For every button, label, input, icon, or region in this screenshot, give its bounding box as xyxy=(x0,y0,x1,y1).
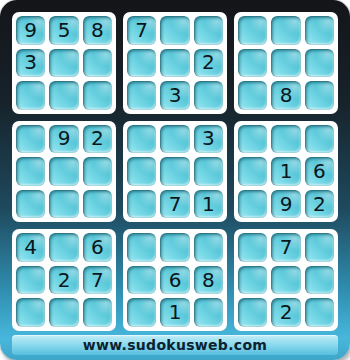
cell-r9c3[interactable] xyxy=(83,298,112,327)
given-digit: 6 xyxy=(313,161,326,182)
given-digit: 2 xyxy=(202,52,215,73)
cell-r6c2[interactable] xyxy=(49,190,78,219)
cell-r8c7[interactable] xyxy=(238,266,267,295)
cell-r6c4[interactable] xyxy=(127,190,156,219)
box-7: 4627 xyxy=(12,229,116,331)
cell-r2c9[interactable] xyxy=(305,49,334,78)
cell-r2c4[interactable] xyxy=(127,49,156,78)
box-3: 8 xyxy=(234,12,338,114)
cell-r8c3[interactable]: 7 xyxy=(83,266,112,295)
cell-r3c6[interactable] xyxy=(194,81,223,110)
cell-r4c3[interactable]: 2 xyxy=(83,125,112,154)
cell-r5c5[interactable] xyxy=(160,157,189,186)
given-digit: 6 xyxy=(91,237,104,258)
given-digit: 1 xyxy=(202,194,215,215)
cell-r5c7[interactable] xyxy=(238,157,267,186)
cell-r8c6[interactable]: 8 xyxy=(194,266,223,295)
box-5: 371 xyxy=(123,121,227,223)
cell-r5c6[interactable] xyxy=(194,157,223,186)
cell-r3c4[interactable] xyxy=(127,81,156,110)
cell-r3c9[interactable] xyxy=(305,81,334,110)
box-2: 723 xyxy=(123,12,227,114)
cell-r7c7[interactable] xyxy=(238,233,267,262)
given-digit: 8 xyxy=(202,270,215,291)
cell-r6c3[interactable] xyxy=(83,190,112,219)
box-8: 681 xyxy=(123,229,227,331)
given-digit: 2 xyxy=(313,194,326,215)
cell-r4c9[interactable] xyxy=(305,125,334,154)
given-digit: 8 xyxy=(91,20,104,41)
cell-r7c5[interactable] xyxy=(160,233,189,262)
cell-r9c1[interactable] xyxy=(16,298,45,327)
cell-r4c6[interactable]: 3 xyxy=(194,125,223,154)
cell-r7c3[interactable]: 6 xyxy=(83,233,112,262)
site-url[interactable]: www.sudokusweb.com xyxy=(83,337,267,353)
cell-r9c9[interactable] xyxy=(305,298,334,327)
given-digit: 9 xyxy=(24,20,37,41)
cell-r1c9[interactable] xyxy=(305,16,334,45)
given-digit: 9 xyxy=(280,194,293,215)
cell-r6c1[interactable] xyxy=(16,190,45,219)
cell-r2c5[interactable] xyxy=(160,49,189,78)
footer-bar: www.sudokusweb.com xyxy=(12,335,338,355)
box-9: 72 xyxy=(234,229,338,331)
cell-r7c2[interactable] xyxy=(49,233,78,262)
cell-r8c1[interactable] xyxy=(16,266,45,295)
given-digit: 7 xyxy=(135,20,148,41)
cell-r5c8[interactable]: 1 xyxy=(271,157,300,186)
cell-r5c3[interactable] xyxy=(83,157,112,186)
given-digit: 9 xyxy=(58,128,71,149)
cell-r8c2[interactable]: 2 xyxy=(49,266,78,295)
cell-r2c3[interactable] xyxy=(83,49,112,78)
given-digit: 6 xyxy=(169,270,182,291)
sudoku-grid: 95837238923711692462768172 xyxy=(12,12,338,331)
cell-r4c2[interactable]: 9 xyxy=(49,125,78,154)
cell-r1c7[interactable] xyxy=(238,16,267,45)
box-4: 92 xyxy=(12,121,116,223)
cell-r4c5[interactable] xyxy=(160,125,189,154)
cell-r4c7[interactable] xyxy=(238,125,267,154)
cell-r2c2[interactable] xyxy=(49,49,78,78)
cell-r3c1[interactable] xyxy=(16,81,45,110)
cell-r9c8[interactable]: 2 xyxy=(271,298,300,327)
cell-r9c5[interactable]: 1 xyxy=(160,298,189,327)
cell-r9c6[interactable] xyxy=(194,298,223,327)
cell-r7c6[interactable] xyxy=(194,233,223,262)
given-digit: 7 xyxy=(280,237,293,258)
cell-r6c7[interactable] xyxy=(238,190,267,219)
cell-r6c5[interactable]: 7 xyxy=(160,190,189,219)
cell-r4c1[interactable] xyxy=(16,125,45,154)
given-digit: 8 xyxy=(280,85,293,106)
cell-r9c2[interactable] xyxy=(49,298,78,327)
cell-r2c6[interactable]: 2 xyxy=(194,49,223,78)
cell-r8c4[interactable] xyxy=(127,266,156,295)
cell-r7c4[interactable] xyxy=(127,233,156,262)
given-digit: 7 xyxy=(91,270,104,291)
cell-r6c8[interactable]: 9 xyxy=(271,190,300,219)
cell-r3c7[interactable] xyxy=(238,81,267,110)
cell-r9c7[interactable] xyxy=(238,298,267,327)
cell-r1c1[interactable]: 9 xyxy=(16,16,45,45)
given-digit: 1 xyxy=(169,302,182,323)
given-digit: 3 xyxy=(169,85,182,106)
given-digit: 1 xyxy=(280,161,293,182)
given-digit: 2 xyxy=(91,128,104,149)
cell-r2c8[interactable] xyxy=(271,49,300,78)
cell-r8c8[interactable] xyxy=(271,266,300,295)
given-digit: 3 xyxy=(202,128,215,149)
cell-r3c8[interactable]: 8 xyxy=(271,81,300,110)
cell-r1c3[interactable]: 8 xyxy=(83,16,112,45)
sudoku-board: 95837238923711692462768172 www.sudokuswe… xyxy=(0,0,350,360)
cell-r1c8[interactable] xyxy=(271,16,300,45)
given-digit: 2 xyxy=(280,302,293,323)
cell-r5c9[interactable]: 6 xyxy=(305,157,334,186)
cell-r7c8[interactable]: 7 xyxy=(271,233,300,262)
cell-r3c3[interactable] xyxy=(83,81,112,110)
cell-r1c4[interactable]: 7 xyxy=(127,16,156,45)
cell-r1c5[interactable] xyxy=(160,16,189,45)
cell-r6c6[interactable]: 1 xyxy=(194,190,223,219)
cell-r5c1[interactable] xyxy=(16,157,45,186)
cell-r7c9[interactable] xyxy=(305,233,334,262)
cell-r8c5[interactable]: 6 xyxy=(160,266,189,295)
cell-r5c4[interactable] xyxy=(127,157,156,186)
cell-r3c2[interactable] xyxy=(49,81,78,110)
box-6: 1692 xyxy=(234,121,338,223)
given-digit: 4 xyxy=(24,237,37,258)
cell-r5c2[interactable] xyxy=(49,157,78,186)
given-digit: 7 xyxy=(169,194,182,215)
given-digit: 3 xyxy=(24,52,37,73)
cell-r7c1[interactable]: 4 xyxy=(16,233,45,262)
cell-r1c6[interactable] xyxy=(194,16,223,45)
cell-r2c1[interactable]: 3 xyxy=(16,49,45,78)
given-digit: 2 xyxy=(58,270,71,291)
cell-r9c4[interactable] xyxy=(127,298,156,327)
cell-r2c7[interactable] xyxy=(238,49,267,78)
cell-r6c9[interactable]: 2 xyxy=(305,190,334,219)
cell-r3c5[interactable]: 3 xyxy=(160,81,189,110)
given-digit: 5 xyxy=(58,20,71,41)
cell-r4c4[interactable] xyxy=(127,125,156,154)
box-1: 9583 xyxy=(12,12,116,114)
cell-r8c9[interactable] xyxy=(305,266,334,295)
cell-r4c8[interactable] xyxy=(271,125,300,154)
cell-r1c2[interactable]: 5 xyxy=(49,16,78,45)
